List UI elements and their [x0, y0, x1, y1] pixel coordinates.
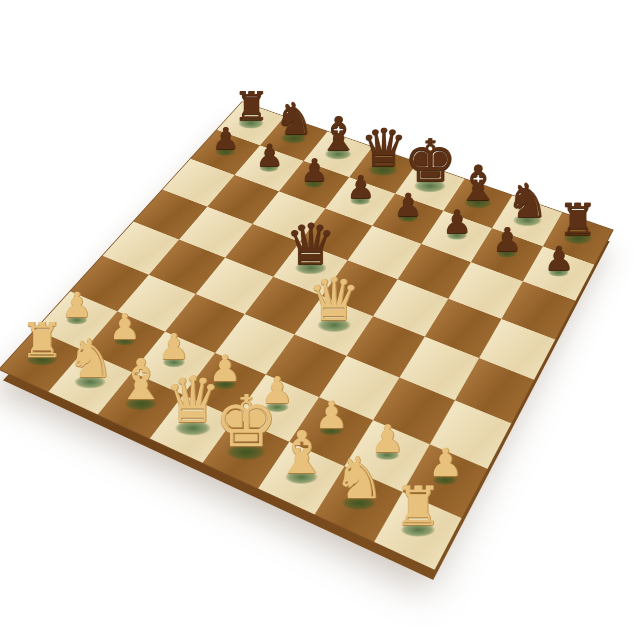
black-king-e8[interactable]: ♚	[404, 132, 457, 191]
white-knight-b1[interactable]: ♞	[67, 333, 115, 386]
white-queen-d1[interactable]: ♛	[164, 369, 221, 433]
black-queen-d5[interactable]: ♛	[285, 216, 336, 273]
black-pawn-d7[interactable]: ♟	[346, 172, 374, 204]
white-knight-g1[interactable]: ♞	[333, 450, 385, 508]
black-knight-b8[interactable]: ♞	[274, 98, 314, 142]
black-pawn-b7[interactable]: ♟	[255, 139, 283, 170]
black-pawn-a7[interactable]: ♟	[212, 124, 239, 154]
white-bishop-c1[interactable]: ♝	[116, 353, 166, 409]
product-photo: ♜♞♟♝♟♛♟♚♟♝♟♞♟♜♟♛♟♟♛♟♜♟♞♟♝♟♛♟♚♟♝♟♞♜ chess	[0, 0, 640, 640]
white-rook-h1[interactable]: ♜	[394, 480, 442, 534]
black-pawn-c7[interactable]: ♟	[300, 155, 328, 186]
black-rook-h8[interactable]: ♜	[558, 197, 597, 241]
white-queen-e4[interactable]: ♛	[307, 270, 360, 329]
black-bishop-f8[interactable]: ♝	[456, 158, 499, 206]
black-bishop-c8[interactable]: ♝	[317, 111, 359, 157]
black-pawn-h7[interactable]: ♟	[544, 242, 574, 275]
black-pawn-e7[interactable]: ♟	[394, 189, 423, 221]
white-bishop-f1[interactable]: ♝	[275, 423, 328, 482]
white-rook-a1[interactable]: ♜	[20, 315, 63, 363]
white-pawn-a2[interactable]: ♟	[61, 288, 92, 323]
black-knight-g8[interactable]: ♞	[506, 177, 548, 224]
white-king-e1[interactable]: ♚	[214, 386, 278, 457]
black-queen-d8[interactable]: ♛	[360, 121, 407, 174]
black-pawn-g7[interactable]: ♟	[492, 224, 522, 257]
black-pawn-f7[interactable]: ♟	[442, 206, 471, 238]
